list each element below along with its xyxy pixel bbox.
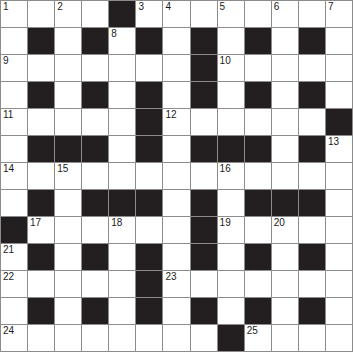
clue-number: 12 bbox=[165, 109, 176, 121]
white-cell[interactable] bbox=[218, 28, 244, 54]
white-cell[interactable] bbox=[163, 28, 189, 54]
white-cell[interactable]: 5 bbox=[218, 1, 244, 27]
white-cell[interactable] bbox=[163, 244, 189, 270]
white-cell[interactable] bbox=[55, 28, 81, 54]
white-cell[interactable] bbox=[245, 109, 271, 135]
white-cell[interactable] bbox=[55, 217, 81, 243]
clue-number: 5 bbox=[220, 1, 226, 13]
crossword-board: 1234567891011121314151617181920212223242… bbox=[0, 0, 353, 352]
white-cell[interactable] bbox=[55, 55, 81, 81]
white-cell[interactable] bbox=[28, 55, 54, 81]
white-cell[interactable] bbox=[191, 325, 217, 351]
black-cell bbox=[1, 217, 27, 243]
white-cell[interactable] bbox=[28, 109, 54, 135]
white-cell[interactable] bbox=[28, 325, 54, 351]
clue-number: 8 bbox=[111, 28, 117, 40]
white-cell[interactable] bbox=[326, 190, 352, 216]
clue-number: 1 bbox=[3, 1, 9, 13]
white-cell[interactable] bbox=[218, 244, 244, 270]
clue-number: 21 bbox=[3, 244, 14, 256]
white-cell[interactable]: 7 bbox=[326, 1, 352, 27]
white-cell[interactable] bbox=[326, 82, 352, 108]
white-cell[interactable]: 2 bbox=[55, 1, 81, 27]
white-cell[interactable] bbox=[272, 271, 298, 297]
black-cell bbox=[299, 28, 325, 54]
white-cell[interactable] bbox=[245, 271, 271, 297]
white-cell[interactable] bbox=[272, 109, 298, 135]
white-cell[interactable]: 8 bbox=[109, 28, 135, 54]
white-cell[interactable] bbox=[82, 271, 108, 297]
black-cell bbox=[82, 190, 108, 216]
white-cell[interactable] bbox=[218, 190, 244, 216]
white-cell[interactable]: 13 bbox=[326, 136, 352, 162]
clue-number: 4 bbox=[165, 1, 171, 13]
black-cell bbox=[136, 136, 162, 162]
clue-number: 9 bbox=[3, 55, 9, 67]
black-cell bbox=[82, 298, 108, 324]
clue-number: 15 bbox=[57, 163, 68, 175]
black-cell bbox=[136, 28, 162, 54]
white-cell[interactable]: 6 bbox=[272, 1, 298, 27]
white-cell[interactable] bbox=[109, 325, 135, 351]
clue-number: 22 bbox=[3, 271, 14, 283]
white-cell[interactable]: 11 bbox=[1, 109, 27, 135]
white-cell[interactable] bbox=[163, 136, 189, 162]
white-cell[interactable] bbox=[218, 271, 244, 297]
white-cell[interactable] bbox=[136, 55, 162, 81]
white-cell[interactable] bbox=[82, 217, 108, 243]
black-cell bbox=[82, 28, 108, 54]
black-cell bbox=[191, 136, 217, 162]
white-cell[interactable] bbox=[163, 190, 189, 216]
white-cell[interactable] bbox=[326, 271, 352, 297]
white-cell[interactable] bbox=[191, 1, 217, 27]
black-cell bbox=[82, 82, 108, 108]
white-cell[interactable] bbox=[245, 217, 271, 243]
black-cell bbox=[191, 244, 217, 270]
clue-number: 3 bbox=[138, 1, 144, 13]
white-cell[interactable] bbox=[218, 109, 244, 135]
black-cell bbox=[28, 298, 54, 324]
white-cell[interactable]: 23 bbox=[163, 271, 189, 297]
black-cell bbox=[109, 190, 135, 216]
black-cell bbox=[82, 244, 108, 270]
clue-number: 6 bbox=[274, 1, 280, 13]
white-cell[interactable] bbox=[109, 55, 135, 81]
black-cell bbox=[299, 136, 325, 162]
clue-number: 19 bbox=[220, 217, 231, 229]
white-cell[interactable] bbox=[272, 55, 298, 81]
white-cell[interactable]: 10 bbox=[218, 55, 244, 81]
white-cell[interactable]: 14 bbox=[1, 163, 27, 189]
white-cell[interactable] bbox=[245, 55, 271, 81]
black-cell bbox=[136, 271, 162, 297]
white-cell[interactable] bbox=[109, 136, 135, 162]
black-cell bbox=[245, 244, 271, 270]
white-cell[interactable] bbox=[272, 298, 298, 324]
white-cell[interactable] bbox=[245, 1, 271, 27]
white-cell[interactable] bbox=[28, 163, 54, 189]
clue-number: 18 bbox=[111, 217, 122, 229]
white-cell[interactable]: 15 bbox=[55, 163, 81, 189]
black-cell bbox=[136, 244, 162, 270]
white-cell[interactable] bbox=[109, 244, 135, 270]
white-cell[interactable] bbox=[55, 190, 81, 216]
black-cell bbox=[28, 244, 54, 270]
white-cell[interactable]: 18 bbox=[109, 217, 135, 243]
black-cell bbox=[191, 82, 217, 108]
clue-number: 10 bbox=[220, 55, 231, 67]
white-cell[interactable]: 17 bbox=[28, 217, 54, 243]
white-cell[interactable] bbox=[299, 217, 325, 243]
black-cell bbox=[136, 298, 162, 324]
white-cell[interactable] bbox=[55, 271, 81, 297]
white-cell[interactable] bbox=[136, 217, 162, 243]
black-cell bbox=[191, 298, 217, 324]
black-cell bbox=[218, 325, 244, 351]
clue-number: 7 bbox=[328, 1, 334, 13]
white-cell[interactable] bbox=[82, 163, 108, 189]
white-cell[interactable] bbox=[28, 1, 54, 27]
white-cell[interactable] bbox=[326, 298, 352, 324]
black-cell bbox=[191, 217, 217, 243]
clue-number: 20 bbox=[274, 217, 285, 229]
white-cell[interactable] bbox=[1, 28, 27, 54]
black-cell bbox=[245, 136, 271, 162]
white-cell[interactable] bbox=[1, 298, 27, 324]
black-cell bbox=[28, 28, 54, 54]
clue-number: 23 bbox=[165, 271, 176, 283]
black-cell bbox=[109, 1, 135, 27]
clue-number: 13 bbox=[328, 136, 339, 148]
white-cell[interactable] bbox=[1, 82, 27, 108]
black-cell bbox=[245, 28, 271, 54]
white-cell[interactable] bbox=[218, 82, 244, 108]
white-cell[interactable] bbox=[272, 28, 298, 54]
white-cell[interactable]: 1 bbox=[1, 1, 27, 27]
white-cell[interactable] bbox=[272, 163, 298, 189]
clue-number: 25 bbox=[247, 325, 258, 337]
white-cell[interactable] bbox=[299, 325, 325, 351]
white-cell[interactable] bbox=[55, 298, 81, 324]
clue-number: 16 bbox=[220, 163, 231, 175]
white-cell[interactable]: 20 bbox=[272, 217, 298, 243]
white-cell[interactable] bbox=[1, 190, 27, 216]
white-cell[interactable] bbox=[326, 28, 352, 54]
white-cell[interactable]: 21 bbox=[1, 244, 27, 270]
clue-number: 2 bbox=[57, 1, 63, 13]
black-cell bbox=[136, 190, 162, 216]
black-cell bbox=[299, 244, 325, 270]
black-cell bbox=[28, 82, 54, 108]
black-cell bbox=[55, 136, 81, 162]
clue-number: 24 bbox=[3, 325, 14, 337]
white-cell[interactable] bbox=[191, 109, 217, 135]
black-cell bbox=[245, 190, 271, 216]
white-cell[interactable] bbox=[163, 325, 189, 351]
white-cell[interactable] bbox=[136, 325, 162, 351]
white-cell[interactable] bbox=[109, 109, 135, 135]
white-cell[interactable] bbox=[326, 217, 352, 243]
clue-number: 17 bbox=[30, 217, 41, 229]
white-cell[interactable] bbox=[109, 82, 135, 108]
clue-number: 14 bbox=[3, 163, 14, 175]
white-cell[interactable] bbox=[163, 55, 189, 81]
white-cell[interactable] bbox=[163, 298, 189, 324]
white-cell[interactable] bbox=[272, 82, 298, 108]
white-cell[interactable] bbox=[299, 271, 325, 297]
black-cell bbox=[218, 136, 244, 162]
white-cell[interactable] bbox=[299, 109, 325, 135]
white-cell[interactable]: 16 bbox=[218, 163, 244, 189]
white-cell[interactable] bbox=[326, 55, 352, 81]
black-cell bbox=[299, 190, 325, 216]
black-cell bbox=[326, 109, 352, 135]
black-cell bbox=[28, 136, 54, 162]
white-cell[interactable] bbox=[299, 55, 325, 81]
white-cell[interactable] bbox=[82, 325, 108, 351]
black-cell bbox=[272, 190, 298, 216]
white-cell[interactable] bbox=[163, 82, 189, 108]
white-cell[interactable]: 9 bbox=[1, 55, 27, 81]
white-cell[interactable] bbox=[326, 325, 352, 351]
black-cell bbox=[299, 298, 325, 324]
white-cell[interactable] bbox=[28, 271, 54, 297]
white-cell[interactable] bbox=[55, 325, 81, 351]
white-cell[interactable] bbox=[136, 163, 162, 189]
white-cell[interactable] bbox=[272, 244, 298, 270]
black-cell bbox=[136, 82, 162, 108]
white-cell[interactable] bbox=[109, 298, 135, 324]
white-cell[interactable] bbox=[55, 82, 81, 108]
white-cell[interactable] bbox=[299, 163, 325, 189]
white-cell[interactable] bbox=[55, 244, 81, 270]
black-cell bbox=[136, 109, 162, 135]
white-cell[interactable]: 25 bbox=[245, 325, 271, 351]
white-cell[interactable] bbox=[245, 163, 271, 189]
white-cell[interactable]: 3 bbox=[136, 1, 162, 27]
black-cell bbox=[245, 82, 271, 108]
black-cell bbox=[28, 190, 54, 216]
clue-number: 11 bbox=[3, 109, 13, 121]
white-cell[interactable]: 24 bbox=[1, 325, 27, 351]
black-cell bbox=[245, 298, 271, 324]
white-cell[interactable] bbox=[326, 244, 352, 270]
white-cell[interactable]: 4 bbox=[163, 1, 189, 27]
white-cell[interactable] bbox=[326, 163, 352, 189]
white-cell[interactable] bbox=[82, 55, 108, 81]
black-cell bbox=[191, 190, 217, 216]
white-cell[interactable] bbox=[218, 298, 244, 324]
white-cell[interactable] bbox=[1, 136, 27, 162]
black-cell bbox=[299, 82, 325, 108]
white-cell[interactable] bbox=[272, 136, 298, 162]
white-cell[interactable] bbox=[82, 1, 108, 27]
black-cell bbox=[191, 28, 217, 54]
white-cell[interactable]: 22 bbox=[1, 271, 27, 297]
white-cell[interactable] bbox=[191, 271, 217, 297]
white-cell[interactable] bbox=[109, 271, 135, 297]
white-cell[interactable] bbox=[191, 163, 217, 189]
white-cell[interactable] bbox=[55, 109, 81, 135]
black-cell bbox=[191, 55, 217, 81]
white-cell[interactable] bbox=[163, 163, 189, 189]
white-cell[interactable] bbox=[109, 163, 135, 189]
white-cell[interactable] bbox=[163, 217, 189, 243]
black-cell bbox=[82, 136, 108, 162]
white-cell[interactable]: 12 bbox=[163, 109, 189, 135]
white-cell[interactable] bbox=[82, 109, 108, 135]
white-cell[interactable]: 19 bbox=[218, 217, 244, 243]
white-cell[interactable] bbox=[299, 1, 325, 27]
white-cell[interactable] bbox=[272, 325, 298, 351]
